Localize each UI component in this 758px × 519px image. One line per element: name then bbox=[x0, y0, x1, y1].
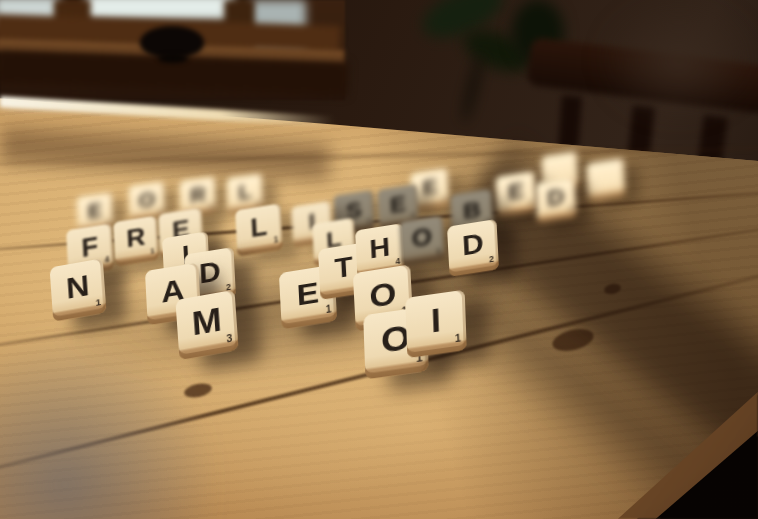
scrabble-tile-N: N1 bbox=[50, 258, 107, 322]
scrabble-tile-E: E1 bbox=[495, 171, 537, 217]
tile-value: 2 bbox=[569, 204, 573, 214]
tile-letter: E bbox=[507, 178, 524, 206]
tile-value: 1 bbox=[274, 236, 279, 246]
tile-value: 1 bbox=[529, 198, 533, 208]
tile-letter: H bbox=[369, 232, 391, 265]
tile-letter: O bbox=[411, 223, 433, 254]
tile-letter: M bbox=[191, 300, 223, 343]
tile-letter: O bbox=[138, 187, 155, 213]
tile-value: 3 bbox=[226, 332, 233, 345]
tile-letter: D bbox=[461, 228, 484, 262]
tile-value: 1 bbox=[436, 246, 441, 256]
tile-value: 1 bbox=[95, 296, 101, 308]
scrabble-tile-I: I1 bbox=[405, 290, 467, 359]
tile-value: 1 bbox=[442, 195, 446, 203]
tile-letter: R bbox=[190, 182, 206, 208]
tile-letter: D bbox=[198, 256, 221, 290]
tile-value: 2 bbox=[489, 254, 494, 265]
scrabble-tile-L: L1 bbox=[235, 203, 283, 256]
tile-letter: T bbox=[334, 252, 354, 286]
tile-letter: I bbox=[430, 301, 441, 340]
tile-letter: L bbox=[250, 212, 268, 244]
tile-value: 1 bbox=[326, 304, 332, 316]
tile-value: 1 bbox=[367, 217, 371, 227]
tile-value: 1 bbox=[209, 202, 213, 210]
tile-value: 4 bbox=[105, 256, 110, 266]
scrabble-tile-D: D2 bbox=[535, 177, 577, 223]
tile-letter: E bbox=[389, 191, 406, 219]
tile-letter: O bbox=[369, 275, 398, 315]
tile-letter: N bbox=[65, 268, 90, 305]
scrabble-tile-D: D2 bbox=[447, 219, 499, 277]
scrabble-tile-R: R1 bbox=[113, 215, 159, 266]
tile-value: 1 bbox=[150, 246, 155, 256]
scrabble-tile-blank bbox=[586, 158, 626, 202]
scrabble-photo: E1O1R1L1E1E1D2S1E1B3F4R1E1L1I1L1N1I1D2A1… bbox=[0, 0, 758, 519]
tile-letter: E bbox=[87, 198, 102, 224]
tile-letter: E bbox=[422, 175, 438, 202]
scrabble-tile-O: O1 bbox=[399, 215, 445, 266]
scrabble-tile-M: M3 bbox=[175, 290, 238, 361]
tile-letter: L bbox=[238, 179, 252, 204]
tile-value: 1 bbox=[455, 331, 461, 344]
tile-value: 1 bbox=[256, 199, 260, 207]
tile-letter: R bbox=[126, 223, 146, 254]
tile-layer: E1O1R1L1E1E1D2S1E1B3F4R1E1L1I1L1N1I1D2A1… bbox=[0, 0, 758, 519]
tile-letter: E bbox=[296, 275, 320, 313]
tile-letter: D bbox=[547, 184, 565, 212]
